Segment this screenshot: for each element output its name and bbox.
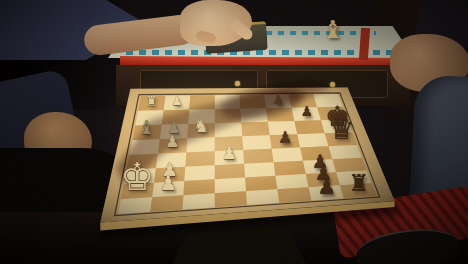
black-queen-d8[interactable]: ♛	[329, 115, 355, 144]
black-pawn-d6[interactable]: ♟	[278, 130, 292, 146]
chess-scene: ♝ ♟♟♜♟♚♞♟♝♛♟♟♟♟♟♟♟♜♚♟	[0, 0, 468, 264]
white-pawn-d2[interactable]: ♟	[165, 134, 179, 150]
chess-board[interactable]	[0, 0, 468, 264]
white-pawn-a2[interactable]: ♟	[171, 95, 182, 107]
white-knight-c3[interactable]: ♞	[193, 118, 209, 135]
white-king-g1[interactable]: ♚	[120, 159, 154, 197]
white-pawn-e4[interactable]: ♟	[222, 145, 238, 162]
white-bishop-c1[interactable]: ♝	[138, 119, 155, 138]
white-pawn-g2[interactable]: ♟	[159, 174, 177, 194]
black-pawn-a6[interactable]: ♟	[273, 93, 284, 105]
black-pawn-h7[interactable]: ♟	[317, 176, 336, 197]
black-rook-h8[interactable]: ♜	[348, 172, 369, 195]
black-pawn-b7[interactable]: ♟	[301, 105, 313, 118]
white-rook-a1[interactable]: ♜	[146, 94, 158, 107]
